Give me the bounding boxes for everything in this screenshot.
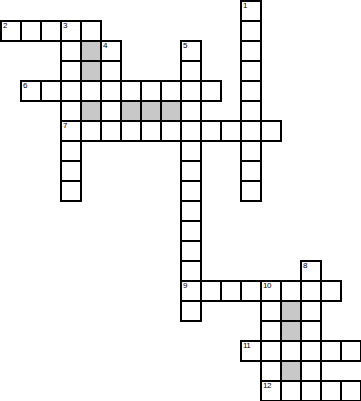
- cell-r5-c12[interactable]: [240, 100, 262, 122]
- cell-r5-c9[interactable]: [180, 100, 202, 122]
- cell-r17-c15[interactable]: [300, 340, 322, 362]
- clue-number-2: 2: [3, 22, 7, 30]
- clue-number-4: 4: [103, 42, 107, 50]
- cell-r14-c11[interactable]: [220, 280, 242, 302]
- cell-r19-c13[interactable]: 12: [260, 380, 282, 401]
- cell-r14-c15[interactable]: [300, 280, 322, 302]
- cell-r6-c6[interactable]: [120, 120, 142, 142]
- cell-r6-c4[interactable]: [80, 120, 102, 142]
- cell-r19-c16[interactable]: [320, 380, 342, 401]
- cell-r14-c9[interactable]: 9: [180, 280, 202, 302]
- clue-number-1: 1: [243, 2, 247, 10]
- cell-r9-c3[interactable]: [60, 180, 82, 202]
- cell-r4-c12[interactable]: [240, 80, 262, 102]
- cell-r16-c13[interactable]: [260, 320, 282, 342]
- cell-r18-c15[interactable]: [300, 360, 322, 382]
- cell-r4-c9[interactable]: [180, 80, 202, 102]
- cell-r4-c2[interactable]: [40, 80, 62, 102]
- cell-r16-c15[interactable]: [300, 320, 322, 342]
- shaded-cell-r5-c4[interactable]: [80, 100, 102, 122]
- cell-r2-c9[interactable]: 5: [180, 40, 202, 62]
- cell-r5-c3[interactable]: [60, 100, 82, 122]
- cell-r3-c3[interactable]: [60, 60, 82, 82]
- cell-r3-c5[interactable]: [100, 60, 122, 82]
- cell-r14-c12[interactable]: [240, 280, 262, 302]
- cell-r4-c1[interactable]: 6: [20, 80, 42, 102]
- cell-r4-c10[interactable]: [200, 80, 222, 102]
- cell-r19-c17[interactable]: [340, 380, 361, 401]
- cell-r6-c12[interactable]: [240, 120, 262, 142]
- shaded-cell-r16-c14[interactable]: [280, 320, 302, 342]
- shaded-cell-r3-c4[interactable]: [80, 60, 102, 82]
- cell-r2-c3[interactable]: [60, 40, 82, 62]
- cell-r14-c10[interactable]: [200, 280, 222, 302]
- cell-r13-c15[interactable]: 8: [300, 260, 322, 282]
- cell-r2-c12[interactable]: [240, 40, 262, 62]
- clue-number-12: 12: [263, 382, 271, 390]
- cell-r17-c13[interactable]: [260, 340, 282, 362]
- cell-r15-c13[interactable]: [260, 300, 282, 322]
- shaded-cell-r18-c14[interactable]: [280, 360, 302, 382]
- cell-r11-c9[interactable]: [180, 220, 202, 242]
- cell-r4-c5[interactable]: [100, 80, 122, 102]
- cell-r9-c12[interactable]: [240, 180, 262, 202]
- cell-r0-c12[interactable]: 1: [240, 0, 262, 22]
- cell-r7-c12[interactable]: [240, 140, 262, 162]
- cell-r1-c12[interactable]: [240, 20, 262, 42]
- cell-r6-c11[interactable]: [220, 120, 242, 142]
- cell-r7-c9[interactable]: [180, 140, 202, 162]
- cell-r1-c3[interactable]: 3: [60, 20, 82, 42]
- cell-r3-c12[interactable]: [240, 60, 262, 82]
- crossword-board: 123456789101112: [0, 0, 361, 401]
- clue-number-7: 7: [63, 122, 67, 130]
- cell-r6-c8[interactable]: [160, 120, 182, 142]
- shaded-cell-r5-c8[interactable]: [160, 100, 182, 122]
- cell-r6-c13[interactable]: [260, 120, 282, 142]
- cell-r1-c0[interactable]: 2: [0, 20, 22, 42]
- cell-r4-c8[interactable]: [160, 80, 182, 102]
- shaded-cell-r2-c4[interactable]: [80, 40, 102, 62]
- clue-number-11: 11: [243, 342, 250, 350]
- cell-r4-c4[interactable]: [80, 80, 102, 102]
- shaded-cell-r5-c6[interactable]: [120, 100, 142, 122]
- cell-r4-c6[interactable]: [120, 80, 142, 102]
- cell-r7-c3[interactable]: [60, 140, 82, 162]
- cell-r6-c7[interactable]: [140, 120, 162, 142]
- cell-r15-c9[interactable]: [180, 300, 202, 322]
- cell-r6-c5[interactable]: [100, 120, 122, 142]
- shaded-cell-r5-c7[interactable]: [140, 100, 162, 122]
- cell-r17-c16[interactable]: [320, 340, 342, 362]
- clue-number-5: 5: [183, 42, 187, 50]
- cell-r6-c3[interactable]: 7: [60, 120, 82, 142]
- cell-r6-c10[interactable]: [200, 120, 222, 142]
- cell-r14-c16[interactable]: [320, 280, 342, 302]
- cell-r15-c15[interactable]: [300, 300, 322, 322]
- cell-r10-c9[interactable]: [180, 200, 202, 222]
- cell-r9-c9[interactable]: [180, 180, 202, 202]
- cell-r13-c9[interactable]: [180, 260, 202, 282]
- clue-number-3: 3: [63, 22, 67, 30]
- cell-r17-c12[interactable]: 11: [240, 340, 262, 362]
- clue-number-8: 8: [303, 262, 307, 270]
- cell-r19-c14[interactable]: [280, 380, 302, 401]
- cell-r6-c9[interactable]: [180, 120, 202, 142]
- cell-r5-c5[interactable]: [100, 100, 122, 122]
- clue-number-9: 9: [183, 282, 187, 290]
- cell-r3-c9[interactable]: [180, 60, 202, 82]
- cell-r1-c4[interactable]: [80, 20, 102, 42]
- cell-r2-c5[interactable]: 4: [100, 40, 122, 62]
- shaded-cell-r15-c14[interactable]: [280, 300, 302, 322]
- cell-r17-c17[interactable]: [340, 340, 361, 362]
- cell-r8-c12[interactable]: [240, 160, 262, 182]
- cell-r14-c13[interactable]: 10: [260, 280, 282, 302]
- cell-r4-c3[interactable]: [60, 80, 82, 102]
- cell-r1-c2[interactable]: [40, 20, 62, 42]
- cell-r4-c7[interactable]: [140, 80, 162, 102]
- cell-r1-c1[interactable]: [20, 20, 42, 42]
- cell-r8-c3[interactable]: [60, 160, 82, 182]
- cell-r19-c15[interactable]: [300, 380, 322, 401]
- cell-r18-c13[interactable]: [260, 360, 282, 382]
- cell-r8-c9[interactable]: [180, 160, 202, 182]
- clue-number-10: 10: [263, 282, 271, 290]
- cell-r12-c9[interactable]: [180, 240, 202, 262]
- clue-number-6: 6: [23, 82, 27, 90]
- cell-r17-c14[interactable]: [280, 340, 302, 362]
- cell-r14-c14[interactable]: [280, 280, 302, 302]
